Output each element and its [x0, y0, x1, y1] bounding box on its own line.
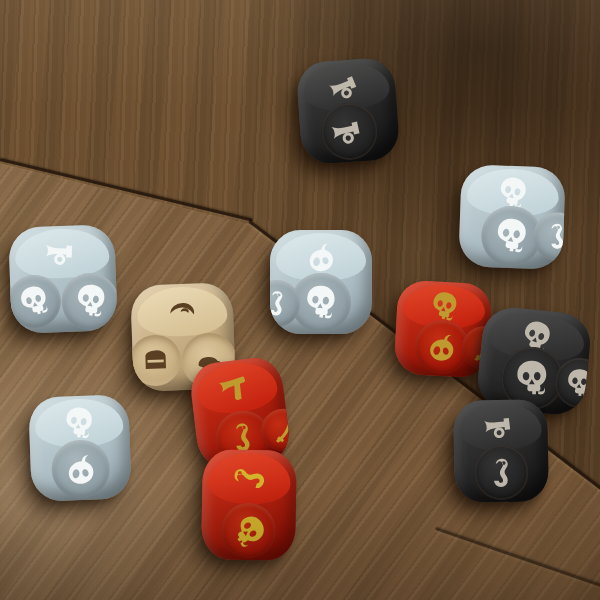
- die-face-top: [136, 286, 227, 338]
- snake-icon: [540, 220, 565, 254]
- cannon-icon: [475, 406, 527, 447]
- skull-icon: [13, 280, 55, 322]
- cannon-icon: [34, 234, 89, 273]
- chest-icon: [138, 343, 173, 378]
- bottle-icon: [59, 447, 103, 491]
- die-face-top: [15, 228, 110, 280]
- dice-layer: [0, 0, 600, 600]
- die-black-1[interactable]: [296, 57, 401, 166]
- snake-icon: [224, 450, 274, 507]
- die-face-fl: [130, 334, 181, 387]
- die-silver-2[interactable]: [8, 224, 118, 334]
- skull-icon: [561, 365, 593, 401]
- cannon-icon: [327, 109, 371, 153]
- sword-icon: [267, 414, 293, 447]
- die-face-fr: [61, 272, 118, 331]
- die-face-top: [194, 359, 280, 417]
- crescent-icon: [154, 290, 210, 333]
- skull-icon: [224, 506, 274, 556]
- die-silver-3[interactable]: [270, 230, 372, 334]
- die-silver-4[interactable]: [28, 394, 132, 501]
- die-face-top: [459, 402, 543, 450]
- table-surface: [0, 0, 600, 600]
- skull-icon: [300, 281, 343, 324]
- pistol-icon: [209, 363, 265, 413]
- snake-icon: [270, 287, 293, 320]
- die-face-top: [208, 453, 292, 505]
- die-black-3[interactable]: [453, 399, 549, 503]
- die-face-front: [221, 503, 276, 558]
- skull-icon: [51, 401, 107, 444]
- die-face-fl: [8, 274, 61, 329]
- bottle-icon: [424, 329, 461, 366]
- die-red-3[interactable]: [201, 449, 297, 561]
- die-face-front: [474, 445, 529, 500]
- die-red-1[interactable]: [394, 280, 493, 379]
- skull-icon: [489, 213, 534, 258]
- die-silver-1[interactable]: [458, 164, 565, 270]
- die-face-front: [291, 273, 350, 332]
- snake-icon: [483, 454, 520, 491]
- skull-icon: [511, 358, 552, 399]
- die-face-right: [532, 212, 565, 261]
- skull-icon: [69, 280, 112, 323]
- die-face-front: [51, 439, 111, 499]
